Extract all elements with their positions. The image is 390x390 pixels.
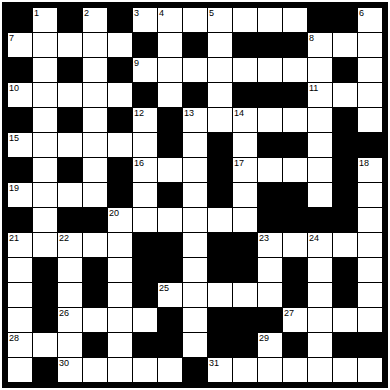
clue-number-7: 7 (9, 33, 14, 43)
cell-r9c14[interactable] (358, 233, 382, 257)
cell-r6c9[interactable]: 17 (233, 158, 257, 182)
block-cell-r10c8 (208, 258, 232, 282)
cell-r3c0[interactable]: 10 (8, 83, 32, 107)
block-cell-r0c2 (58, 8, 82, 32)
cell-r9c12[interactable]: 24 (308, 233, 332, 257)
cell-r11c8[interactable] (208, 283, 232, 307)
cell-r12c2[interactable]: 26 (58, 308, 82, 332)
clue-number-21: 21 (9, 233, 19, 243)
block-cell-r1c5 (133, 33, 157, 57)
cell-r2c10[interactable] (258, 58, 282, 82)
cell-r5c7[interactable] (183, 133, 207, 157)
block-cell-r5c14 (358, 133, 382, 157)
cell-r2c6[interactable] (158, 58, 182, 82)
cell-r12c0[interactable] (8, 308, 32, 332)
cell-r8c9[interactable] (233, 208, 257, 232)
block-cell-r8c13 (333, 208, 357, 232)
cell-r0c10[interactable] (258, 8, 282, 32)
cell-r8c6[interactable] (158, 208, 182, 232)
block-cell-r4c0 (8, 108, 32, 132)
clue-number-24: 24 (309, 233, 319, 243)
cell-r2c11[interactable] (283, 58, 307, 82)
cell-r11c9[interactable] (233, 283, 257, 307)
cell-r4c1[interactable] (33, 108, 57, 132)
block-cell-r12c8 (208, 308, 232, 332)
cell-r8c1[interactable] (33, 208, 57, 232)
cell-r1c1[interactable] (33, 33, 57, 57)
cell-r3c13[interactable] (333, 83, 357, 107)
clue-number-23: 23 (259, 233, 269, 243)
block-cell-r6c4 (108, 158, 132, 182)
cell-r14c14[interactable] (358, 358, 382, 382)
block-cell-r14c1 (33, 358, 57, 382)
clue-number-4: 4 (159, 8, 164, 18)
cell-r12c7[interactable] (183, 308, 207, 332)
cell-r2c9[interactable] (233, 58, 257, 82)
block-cell-r5c10 (258, 133, 282, 157)
cell-r13c2[interactable] (58, 333, 82, 357)
clue-number-8: 8 (309, 33, 314, 43)
clue-number-27: 27 (284, 308, 294, 318)
cell-r14c0[interactable] (8, 358, 32, 382)
cell-r14c2[interactable]: 30 (58, 358, 82, 382)
block-cell-r8c12 (308, 208, 332, 232)
cell-r4c11[interactable] (283, 108, 307, 132)
cell-r0c3[interactable]: 2 (83, 8, 107, 32)
cell-r2c14[interactable] (358, 58, 382, 82)
cell-r1c6[interactable] (158, 33, 182, 57)
block-cell-r7c4 (108, 183, 132, 207)
cell-r5c12[interactable] (308, 133, 332, 157)
block-cell-r12c10 (258, 308, 282, 332)
cell-r14c10[interactable] (258, 358, 282, 382)
cell-r0c11[interactable] (283, 8, 307, 32)
cell-r11c0[interactable] (8, 283, 32, 307)
block-cell-r1c9 (233, 33, 257, 57)
cell-r9c11[interactable] (283, 233, 307, 257)
cell-r5c9[interactable] (233, 133, 257, 157)
cell-r10c2[interactable] (58, 258, 82, 282)
block-cell-r7c6 (158, 183, 182, 207)
cell-r12c11[interactable]: 27 (283, 308, 307, 332)
cell-r6c12[interactable] (308, 158, 332, 182)
clue-number-31: 31 (209, 358, 219, 368)
crossword-grid: 1234567891011121314151617181920212223242… (2, 2, 388, 388)
cell-r7c7[interactable] (183, 183, 207, 207)
block-cell-r6c13 (333, 158, 357, 182)
cell-r9c2[interactable]: 22 (58, 233, 82, 257)
cell-r10c0[interactable] (8, 258, 32, 282)
block-cell-r11c13 (333, 283, 357, 307)
cell-r7c9[interactable] (233, 183, 257, 207)
cell-r14c4[interactable] (108, 358, 132, 382)
block-cell-r10c11 (283, 258, 307, 282)
clue-number-13: 13 (184, 108, 194, 118)
cell-r3c12[interactable]: 11 (308, 83, 332, 107)
block-cell-r2c4 (108, 58, 132, 82)
cell-r14c13[interactable] (333, 358, 357, 382)
block-cell-r9c8 (208, 233, 232, 257)
cell-r11c14[interactable] (358, 283, 382, 307)
block-cell-r0c12 (308, 8, 332, 32)
block-cell-r7c13 (333, 183, 357, 207)
cell-r9c1[interactable] (33, 233, 57, 257)
cell-r0c1[interactable]: 1 (33, 8, 57, 32)
block-cell-r11c11 (283, 283, 307, 307)
cell-r6c11[interactable] (283, 158, 307, 182)
block-cell-r13c5 (133, 333, 157, 357)
cell-r6c14[interactable]: 18 (358, 158, 382, 182)
block-cell-r6c8 (208, 158, 232, 182)
cell-r11c2[interactable] (58, 283, 82, 307)
cell-r11c4[interactable] (108, 283, 132, 307)
cell-r13c12[interactable] (308, 333, 332, 357)
cell-r13c10[interactable]: 29 (258, 333, 282, 357)
block-cell-r3c9 (233, 83, 257, 107)
cell-r11c6[interactable]: 25 (158, 283, 182, 307)
block-cell-r3c10 (258, 83, 282, 107)
clue-number-19: 19 (9, 183, 19, 193)
cell-r0c5[interactable]: 3 (133, 8, 157, 32)
cell-r6c10[interactable] (258, 158, 282, 182)
cell-r9c0[interactable]: 21 (8, 233, 32, 257)
block-cell-r9c9 (233, 233, 257, 257)
cell-r11c7[interactable] (183, 283, 207, 307)
block-cell-r0c13 (333, 8, 357, 32)
cell-r0c14[interactable]: 6 (358, 8, 382, 32)
block-cell-r10c3 (83, 258, 107, 282)
clue-number-17: 17 (234, 158, 244, 168)
clue-number-22: 22 (59, 233, 69, 243)
block-cell-r1c7 (183, 33, 207, 57)
block-cell-r12c6 (158, 308, 182, 332)
cell-r9c10[interactable]: 23 (258, 233, 282, 257)
cell-r14c11[interactable] (283, 358, 307, 382)
cell-r2c12[interactable] (308, 58, 332, 82)
cell-r10c4[interactable] (108, 258, 132, 282)
cell-r8c5[interactable] (133, 208, 157, 232)
block-cell-r10c13 (333, 258, 357, 282)
block-cell-r9c6 (158, 233, 182, 257)
cell-r9c4[interactable] (108, 233, 132, 257)
block-cell-r13c8 (208, 333, 232, 357)
cell-r5c5[interactable] (133, 133, 157, 157)
cell-r14c9[interactable] (233, 358, 257, 382)
clue-number-10: 10 (9, 83, 19, 93)
cell-r0c8[interactable]: 5 (208, 8, 232, 32)
cell-r5c0[interactable]: 15 (8, 133, 32, 157)
cell-r7c2[interactable] (58, 183, 82, 207)
clue-number-26: 26 (59, 308, 69, 318)
crossword-page: 1234567891011121314151617181920212223242… (0, 0, 390, 390)
cell-r2c7[interactable] (183, 58, 207, 82)
cell-r8c8[interactable] (208, 208, 232, 232)
block-cell-r2c13 (333, 58, 357, 82)
block-cell-r13c11 (283, 333, 307, 357)
block-cell-r8c2 (58, 208, 82, 232)
cell-r7c5[interactable] (133, 183, 157, 207)
block-cell-r4c2 (58, 108, 82, 132)
clue-number-6: 6 (359, 8, 364, 18)
cell-r2c1[interactable] (33, 58, 57, 82)
cell-r5c2[interactable] (58, 133, 82, 157)
cell-r4c12[interactable] (308, 108, 332, 132)
clue-number-2: 2 (84, 8, 89, 18)
cell-r2c3[interactable] (83, 58, 107, 82)
cell-r12c5[interactable] (133, 308, 157, 332)
clue-number-14: 14 (234, 108, 244, 118)
cell-r10c7[interactable] (183, 258, 207, 282)
cell-r11c12[interactable] (308, 283, 332, 307)
cell-r0c7[interactable] (183, 8, 207, 32)
cell-r3c14[interactable] (358, 83, 382, 107)
cell-r12c13[interactable] (333, 308, 357, 332)
cell-r13c1[interactable] (33, 333, 57, 357)
cell-r4c14[interactable] (358, 108, 382, 132)
cell-r6c1[interactable] (33, 158, 57, 182)
block-cell-r4c4 (108, 108, 132, 132)
clue-number-25: 25 (159, 283, 169, 293)
clue-number-3: 3 (134, 8, 139, 18)
block-cell-r6c0 (8, 158, 32, 182)
block-cell-r10c9 (233, 258, 257, 282)
block-cell-r10c5 (133, 258, 157, 282)
cell-r2c5[interactable]: 9 (133, 58, 157, 82)
cell-r12c4[interactable] (108, 308, 132, 332)
cell-r9c13[interactable] (333, 233, 357, 257)
block-cell-r5c6 (158, 133, 182, 157)
clue-number-1: 1 (34, 8, 39, 18)
block-cell-r6c2 (58, 158, 82, 182)
cell-r3c1[interactable] (33, 83, 57, 107)
block-cell-r7c8 (208, 183, 232, 207)
cell-r4c3[interactable] (83, 108, 107, 132)
cell-r0c6[interactable]: 4 (158, 8, 182, 32)
block-cell-r9c5 (133, 233, 157, 257)
clue-number-30: 30 (59, 358, 69, 368)
cell-r1c14[interactable] (358, 33, 382, 57)
cell-r6c7[interactable] (183, 158, 207, 182)
block-cell-r0c4 (108, 8, 132, 32)
cell-r14c12[interactable] (308, 358, 332, 382)
cell-r6c5[interactable]: 16 (133, 158, 157, 182)
cell-r0c9[interactable] (233, 8, 257, 32)
cell-r1c2[interactable] (58, 33, 82, 57)
block-cell-r12c9 (233, 308, 257, 332)
cell-r8c4[interactable]: 20 (108, 208, 132, 232)
block-cell-r4c6 (158, 108, 182, 132)
block-cell-r2c0 (8, 58, 32, 82)
block-cell-r11c3 (83, 283, 107, 307)
block-cell-r3c7 (183, 83, 207, 107)
clue-number-20: 20 (109, 208, 119, 218)
block-cell-r1c10 (258, 33, 282, 57)
cell-r7c1[interactable] (33, 183, 57, 207)
cell-r12c12[interactable] (308, 308, 332, 332)
block-cell-r1c11 (283, 33, 307, 57)
block-cell-r13c3 (83, 333, 107, 357)
cell-r13c7[interactable] (183, 333, 207, 357)
block-cell-r13c14 (358, 333, 382, 357)
block-cell-r4c13 (333, 108, 357, 132)
cell-r3c2[interactable] (58, 83, 82, 107)
block-cell-r5c11 (283, 133, 307, 157)
block-cell-r5c13 (333, 133, 357, 157)
cell-r5c1[interactable] (33, 133, 57, 157)
block-cell-r13c9 (233, 333, 257, 357)
cell-r1c0[interactable]: 7 (8, 33, 32, 57)
block-cell-r3c11 (283, 83, 307, 107)
clue-number-18: 18 (359, 158, 369, 168)
clue-number-28: 28 (9, 333, 19, 343)
clue-number-29: 29 (259, 333, 269, 343)
block-cell-r10c1 (33, 258, 57, 282)
cell-r11c10[interactable] (258, 283, 282, 307)
cell-r14c3[interactable] (83, 358, 107, 382)
cell-r1c4[interactable] (108, 33, 132, 57)
cell-r7c12[interactable] (308, 183, 332, 207)
clue-number-5: 5 (209, 8, 214, 18)
block-cell-r11c5 (133, 283, 157, 307)
block-cell-r3c5 (133, 83, 157, 107)
clue-number-12: 12 (134, 108, 144, 118)
block-cell-r13c13 (333, 333, 357, 357)
cell-r6c3[interactable] (83, 158, 107, 182)
block-cell-r7c11 (283, 183, 307, 207)
block-cell-r2c2 (58, 58, 82, 82)
cell-r7c3[interactable] (83, 183, 107, 207)
block-cell-r0c0 (8, 8, 32, 32)
cell-r10c12[interactable] (308, 258, 332, 282)
cell-r7c14[interactable] (358, 183, 382, 207)
block-cell-r7c10 (258, 183, 282, 207)
cell-r12c14[interactable] (358, 308, 382, 332)
cell-r1c8[interactable] (208, 33, 232, 57)
block-cell-r8c10 (258, 208, 282, 232)
block-cell-r13c6 (158, 333, 182, 357)
cell-r14c6[interactable] (158, 358, 182, 382)
cell-r13c0[interactable]: 28 (8, 333, 32, 357)
cell-r12c3[interactable] (83, 308, 107, 332)
cell-r5c4[interactable] (108, 133, 132, 157)
cell-r3c3[interactable] (83, 83, 107, 107)
block-cell-r8c3 (83, 208, 107, 232)
cell-r3c6[interactable] (158, 83, 182, 107)
block-cell-r12c1 (33, 308, 57, 332)
cell-r5c3[interactable] (83, 133, 107, 157)
cell-r10c10[interactable] (258, 258, 282, 282)
cell-r2c8[interactable] (208, 58, 232, 82)
clue-number-15: 15 (9, 133, 19, 143)
clue-number-16: 16 (134, 158, 144, 168)
cell-r8c14[interactable] (358, 208, 382, 232)
cell-r6c6[interactable] (158, 158, 182, 182)
cell-r14c5[interactable] (133, 358, 157, 382)
cell-r9c3[interactable] (83, 233, 107, 257)
cell-r3c4[interactable] (108, 83, 132, 107)
block-cell-r11c1 (33, 283, 57, 307)
cell-r1c12[interactable]: 8 (308, 33, 332, 57)
block-cell-r8c11 (283, 208, 307, 232)
cell-r4c10[interactable] (258, 108, 282, 132)
cell-r1c3[interactable] (83, 33, 107, 57)
cell-r4c5[interactable]: 12 (133, 108, 157, 132)
block-cell-r8c0 (8, 208, 32, 232)
cell-r3c8[interactable] (208, 83, 232, 107)
cell-r14c8[interactable]: 31 (208, 358, 232, 382)
cell-r13c4[interactable] (108, 333, 132, 357)
cell-r4c9[interactable]: 14 (233, 108, 257, 132)
cell-r8c7[interactable] (183, 208, 207, 232)
cell-r1c13[interactable] (333, 33, 357, 57)
block-cell-r10c6 (158, 258, 182, 282)
block-cell-r5c8 (208, 133, 232, 157)
clue-number-11: 11 (309, 83, 318, 93)
cell-r7c0[interactable]: 19 (8, 183, 32, 207)
clue-number-9: 9 (134, 58, 139, 68)
cell-r10c14[interactable] (358, 258, 382, 282)
cell-r4c7[interactable]: 13 (183, 108, 207, 132)
cell-r9c7[interactable] (183, 233, 207, 257)
cell-r4c8[interactable] (208, 108, 232, 132)
block-cell-r14c7 (183, 358, 207, 382)
